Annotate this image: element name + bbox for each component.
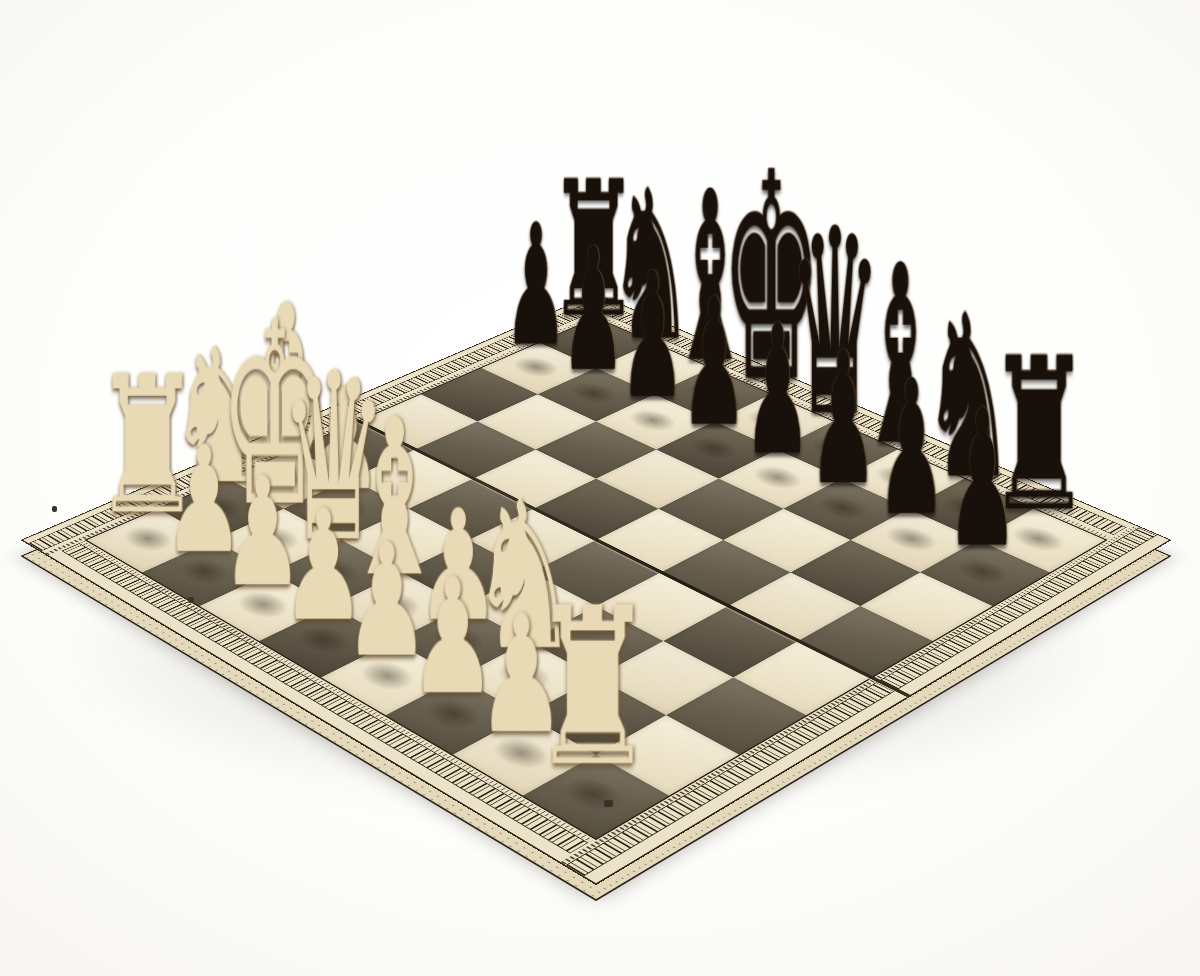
hinge-pin-icon <box>52 506 57 512</box>
chess-board: ♜♞♝♟♚♟♟♛♟♝♟♟♟♞♟♜♜♞♝♚♛♝♞♜♟♟♟♟♟♟♟♟ <box>23 294 1169 883</box>
clasp-icon <box>604 800 613 807</box>
black-pawn[interactable]: ♟ <box>913 384 1052 574</box>
white-rook[interactable]: ♜ <box>497 580 688 797</box>
photo-stage: ♜♞♝♟♚♟♟♛♟♝♟♟♟♞♟♜♜♞♝♚♛♝♞♜♟♟♟♟♟♟♟♟ Carved … <box>0 0 1200 976</box>
hinge-pin-icon <box>188 597 194 603</box>
